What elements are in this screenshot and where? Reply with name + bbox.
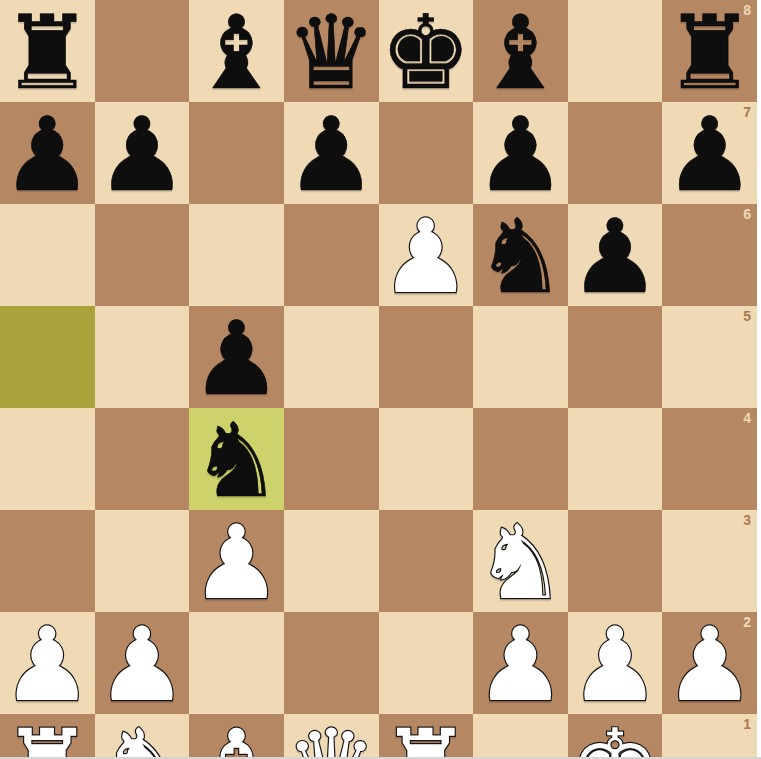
square-g3[interactable]	[568, 510, 663, 612]
square-c1[interactable]: ♝c	[189, 714, 284, 759]
black-pawn[interactable]: ♟	[664, 104, 755, 206]
coord-rank-3: 3	[743, 513, 751, 527]
square-a6[interactable]	[0, 204, 95, 306]
square-g7[interactable]	[568, 102, 663, 204]
coord-rank-5: 5	[743, 309, 751, 323]
square-h6[interactable]: 6	[662, 204, 757, 306]
coord-rank-1: 1	[743, 717, 751, 731]
square-a1[interactable]: ♜a	[0, 714, 95, 759]
white-queen[interactable]: ♛	[285, 716, 376, 759]
square-h3[interactable]: 3	[662, 510, 757, 612]
square-f4[interactable]	[473, 408, 568, 510]
square-f2[interactable]: ♟	[473, 612, 568, 714]
square-g4[interactable]	[568, 408, 663, 510]
black-pawn[interactable]: ♟	[2, 104, 93, 206]
square-g8[interactable]	[568, 0, 663, 102]
white-pawn[interactable]: ♟	[664, 614, 755, 716]
black-bishop[interactable]: ♝	[191, 2, 282, 104]
white-bishop[interactable]: ♝	[191, 716, 282, 759]
chess-board: ♜♝♛♚♝♜8♟♟♟♟♟7♟♞♟6♟5♞4♟♞3♟♟♟♟♟2♜a♞b♝c♛d♜e…	[0, 0, 757, 757]
square-g1[interactable]: ♚g	[568, 714, 663, 759]
square-d3[interactable]	[284, 510, 379, 612]
square-f8[interactable]: ♝	[473, 0, 568, 102]
square-f5[interactable]	[473, 306, 568, 408]
black-knight[interactable]: ♞	[191, 410, 282, 512]
square-b8[interactable]	[95, 0, 190, 102]
square-e3[interactable]	[379, 510, 474, 612]
white-pawn[interactable]: ♟	[569, 614, 660, 716]
square-g6[interactable]: ♟	[568, 204, 663, 306]
square-f3[interactable]: ♞	[473, 510, 568, 612]
white-knight[interactable]: ♞	[96, 716, 187, 759]
square-d7[interactable]: ♟	[284, 102, 379, 204]
black-rook[interactable]: ♜	[664, 2, 755, 104]
square-b7[interactable]: ♟	[95, 102, 190, 204]
white-king[interactable]: ♚	[569, 716, 660, 759]
square-c2[interactable]	[189, 612, 284, 714]
square-b5[interactable]	[95, 306, 190, 408]
square-b3[interactable]	[95, 510, 190, 612]
square-e4[interactable]	[379, 408, 474, 510]
black-pawn[interactable]: ♟	[96, 104, 187, 206]
white-knight[interactable]: ♞	[475, 512, 566, 614]
square-e6[interactable]: ♟	[379, 204, 474, 306]
black-bishop[interactable]: ♝	[475, 2, 566, 104]
white-rook[interactable]: ♜	[2, 716, 93, 759]
right-margin-strip	[757, 0, 761, 757]
square-a5[interactable]	[0, 306, 95, 408]
square-b1[interactable]: ♞b	[95, 714, 190, 759]
square-f6[interactable]: ♞	[473, 204, 568, 306]
square-h4[interactable]: 4	[662, 408, 757, 510]
square-b4[interactable]	[95, 408, 190, 510]
square-a8[interactable]: ♜	[0, 0, 95, 102]
square-a4[interactable]	[0, 408, 95, 510]
square-h2[interactable]: ♟2	[662, 612, 757, 714]
square-c5[interactable]: ♟	[189, 306, 284, 408]
white-rook[interactable]: ♜	[380, 716, 471, 759]
square-e8[interactable]: ♚	[379, 0, 474, 102]
square-h8[interactable]: ♜8	[662, 0, 757, 102]
white-pawn[interactable]: ♟	[475, 614, 566, 716]
square-f7[interactable]: ♟	[473, 102, 568, 204]
white-pawn[interactable]: ♟	[2, 614, 93, 716]
square-a2[interactable]: ♟	[0, 612, 95, 714]
white-pawn[interactable]: ♟	[96, 614, 187, 716]
black-pawn[interactable]: ♟	[569, 206, 660, 308]
square-d1[interactable]: ♛d	[284, 714, 379, 759]
square-b2[interactable]: ♟	[95, 612, 190, 714]
white-pawn[interactable]: ♟	[191, 512, 282, 614]
black-rook[interactable]: ♜	[2, 2, 93, 104]
square-f1[interactable]: f	[473, 714, 568, 759]
square-e1[interactable]: ♜e	[379, 714, 474, 759]
white-pawn[interactable]: ♟	[380, 206, 471, 308]
square-c3[interactable]: ♟	[189, 510, 284, 612]
coord-rank-6: 6	[743, 207, 751, 221]
black-pawn[interactable]: ♟	[285, 104, 376, 206]
black-pawn[interactable]: ♟	[191, 308, 282, 410]
square-d6[interactable]	[284, 204, 379, 306]
square-c6[interactable]	[189, 204, 284, 306]
square-h1[interactable]: 1h	[662, 714, 757, 759]
square-e7[interactable]	[379, 102, 474, 204]
square-a7[interactable]: ♟	[0, 102, 95, 204]
square-c7[interactable]	[189, 102, 284, 204]
square-e2[interactable]	[379, 612, 474, 714]
square-h7[interactable]: ♟7	[662, 102, 757, 204]
square-b6[interactable]	[95, 204, 190, 306]
square-d2[interactable]	[284, 612, 379, 714]
square-c4[interactable]: ♞	[189, 408, 284, 510]
square-a3[interactable]	[0, 510, 95, 612]
square-d4[interactable]	[284, 408, 379, 510]
square-c8[interactable]: ♝	[189, 0, 284, 102]
square-g5[interactable]	[568, 306, 663, 408]
square-d5[interactable]	[284, 306, 379, 408]
coord-rank-4: 4	[743, 411, 751, 425]
square-g2[interactable]: ♟	[568, 612, 663, 714]
black-queen[interactable]: ♛	[285, 2, 376, 104]
black-pawn[interactable]: ♟	[475, 104, 566, 206]
black-king[interactable]: ♚	[380, 2, 471, 104]
square-h5[interactable]: 5	[662, 306, 757, 408]
black-knight[interactable]: ♞	[475, 206, 566, 308]
square-e5[interactable]	[379, 306, 474, 408]
square-d8[interactable]: ♛	[284, 0, 379, 102]
